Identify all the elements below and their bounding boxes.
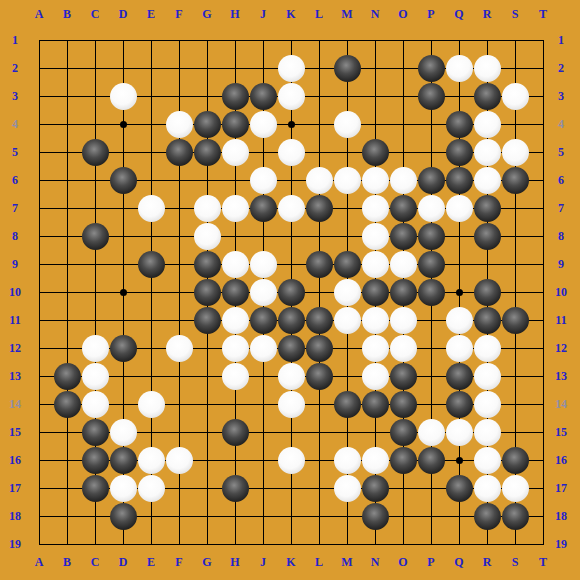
black-stone-J7[interactable] [250, 195, 277, 222]
white-stone-C13[interactable] [82, 363, 109, 390]
row-label-right-14: 14 [555, 398, 567, 410]
white-stone-O9[interactable] [390, 251, 417, 278]
black-stone-M2[interactable] [334, 55, 361, 82]
white-stone-M11[interactable] [334, 307, 361, 334]
column-label-bottom-H: H [230, 556, 239, 568]
column-label-top-B: B [63, 8, 71, 20]
column-label-bottom-J: J [260, 556, 266, 568]
column-label-bottom-N: N [371, 556, 380, 568]
black-stone-L11[interactable] [306, 307, 333, 334]
black-stone-K12[interactable] [278, 335, 305, 362]
black-stone-L9[interactable] [306, 251, 333, 278]
column-label-top-P: P [427, 8, 434, 20]
white-stone-S17[interactable] [502, 475, 529, 502]
row-label-left-1: 1 [12, 34, 18, 46]
column-label-bottom-L: L [315, 556, 323, 568]
column-label-bottom-M: M [341, 556, 352, 568]
row-label-right-1: 1 [558, 34, 564, 46]
white-stone-Q2[interactable] [446, 55, 473, 82]
white-stone-K16[interactable] [278, 447, 305, 474]
white-stone-C12[interactable] [82, 335, 109, 362]
black-stone-K10[interactable] [278, 279, 305, 306]
black-stone-C8[interactable] [82, 223, 109, 250]
white-stone-N12[interactable] [362, 335, 389, 362]
column-label-bottom-Q: Q [454, 556, 463, 568]
row-label-right-11: 11 [555, 314, 566, 326]
black-stone-J3[interactable] [250, 83, 277, 110]
white-stone-K2[interactable] [278, 55, 305, 82]
column-label-bottom-T: T [539, 556, 547, 568]
column-label-bottom-O: O [398, 556, 407, 568]
black-stone-P9[interactable] [418, 251, 445, 278]
column-label-top-H: H [230, 8, 239, 20]
column-label-top-F: F [175, 8, 182, 20]
column-label-top-E: E [147, 8, 155, 20]
white-stone-G7[interactable] [194, 195, 221, 222]
column-label-bottom-A: A [35, 556, 44, 568]
white-stone-H7[interactable] [222, 195, 249, 222]
black-stone-P16[interactable] [418, 447, 445, 474]
white-stone-D3[interactable] [110, 83, 137, 110]
star-point [288, 121, 295, 128]
black-stone-N18[interactable] [362, 503, 389, 530]
black-stone-H10[interactable] [222, 279, 249, 306]
row-label-left-2: 2 [12, 62, 18, 74]
black-stone-C15[interactable] [82, 419, 109, 446]
white-stone-R14[interactable] [474, 391, 501, 418]
black-stone-O8[interactable] [390, 223, 417, 250]
white-stone-S3[interactable] [502, 83, 529, 110]
black-stone-P2[interactable] [418, 55, 445, 82]
black-stone-C5[interactable] [82, 139, 109, 166]
white-stone-P7[interactable] [418, 195, 445, 222]
white-stone-N9[interactable] [362, 251, 389, 278]
row-label-right-7: 7 [558, 202, 564, 214]
column-label-bottom-B: B [63, 556, 71, 568]
row-label-left-17: 17 [9, 482, 21, 494]
row-label-right-18: 18 [555, 510, 567, 522]
white-stone-N6[interactable] [362, 167, 389, 194]
grid-line-horizontal [39, 544, 544, 545]
column-label-bottom-F: F [175, 556, 182, 568]
white-stone-K7[interactable] [278, 195, 305, 222]
row-label-left-16: 16 [9, 454, 21, 466]
row-label-right-17: 17 [555, 482, 567, 494]
black-stone-N10[interactable] [362, 279, 389, 306]
white-stone-N8[interactable] [362, 223, 389, 250]
row-label-left-9: 9 [12, 258, 18, 270]
black-stone-G10[interactable] [194, 279, 221, 306]
column-label-top-S: S [512, 8, 519, 20]
white-stone-Q11[interactable] [446, 307, 473, 334]
white-stone-C14[interactable] [82, 391, 109, 418]
go-board[interactable]: AABBCCDDEEFFGGHHJJKKLLMMNNOOPPQQRRSSTT11… [0, 0, 580, 580]
column-label-top-G: G [202, 8, 211, 20]
white-stone-O11[interactable] [390, 307, 417, 334]
star-point [120, 121, 127, 128]
column-label-top-K: K [286, 8, 295, 20]
black-stone-D6[interactable] [110, 167, 137, 194]
white-stone-R5[interactable] [474, 139, 501, 166]
white-stone-M10[interactable] [334, 279, 361, 306]
black-stone-R18[interactable] [474, 503, 501, 530]
row-label-right-16: 16 [555, 454, 567, 466]
black-stone-J11[interactable] [250, 307, 277, 334]
black-stone-H4[interactable] [222, 111, 249, 138]
white-stone-E14[interactable] [138, 391, 165, 418]
white-stone-M16[interactable] [334, 447, 361, 474]
black-stone-P6[interactable] [418, 167, 445, 194]
black-stone-S11[interactable] [502, 307, 529, 334]
column-label-top-A: A [35, 8, 44, 20]
black-stone-S18[interactable] [502, 503, 529, 530]
black-stone-K11[interactable] [278, 307, 305, 334]
white-stone-E7[interactable] [138, 195, 165, 222]
black-stone-H3[interactable] [222, 83, 249, 110]
row-label-right-4: 4 [558, 118, 564, 130]
black-stone-N5[interactable] [362, 139, 389, 166]
black-stone-Q13[interactable] [446, 363, 473, 390]
column-label-bottom-G: G [202, 556, 211, 568]
column-label-bottom-K: K [286, 556, 295, 568]
row-label-right-8: 8 [558, 230, 564, 242]
white-stone-E17[interactable] [138, 475, 165, 502]
black-stone-R8[interactable] [474, 223, 501, 250]
black-stone-N14[interactable] [362, 391, 389, 418]
row-label-right-5: 5 [558, 146, 564, 158]
white-stone-N13[interactable] [362, 363, 389, 390]
column-label-top-J: J [260, 8, 266, 20]
row-label-right-19: 19 [555, 538, 567, 550]
star-point [120, 289, 127, 296]
column-label-bottom-C: C [91, 556, 100, 568]
black-stone-G11[interactable] [194, 307, 221, 334]
row-label-left-3: 3 [12, 90, 18, 102]
row-label-left-12: 12 [9, 342, 21, 354]
white-stone-R17[interactable] [474, 475, 501, 502]
column-label-bottom-R: R [483, 556, 492, 568]
column-label-bottom-E: E [147, 556, 155, 568]
column-label-top-C: C [91, 8, 100, 20]
column-label-top-T: T [539, 8, 547, 20]
black-stone-R7[interactable] [474, 195, 501, 222]
white-stone-K13[interactable] [278, 363, 305, 390]
white-stone-M6[interactable] [334, 167, 361, 194]
row-label-left-15: 15 [9, 426, 21, 438]
black-stone-E9[interactable] [138, 251, 165, 278]
white-stone-H11[interactable] [222, 307, 249, 334]
white-stone-H12[interactable] [222, 335, 249, 362]
row-label-left-10: 10 [9, 286, 21, 298]
column-label-bottom-S: S [512, 556, 519, 568]
grid-line-vertical [319, 40, 320, 545]
white-stone-R16[interactable] [474, 447, 501, 474]
white-stone-N16[interactable] [362, 447, 389, 474]
row-label-left-19: 19 [9, 538, 21, 550]
white-stone-J9[interactable] [250, 251, 277, 278]
white-stone-Q7[interactable] [446, 195, 473, 222]
white-stone-F12[interactable] [166, 335, 193, 362]
white-stone-O6[interactable] [390, 167, 417, 194]
white-stone-R12[interactable] [474, 335, 501, 362]
black-stone-L7[interactable] [306, 195, 333, 222]
black-stone-S16[interactable] [502, 447, 529, 474]
black-stone-L13[interactable] [306, 363, 333, 390]
white-stone-R2[interactable] [474, 55, 501, 82]
row-label-right-15: 15 [555, 426, 567, 438]
black-stone-Q17[interactable] [446, 475, 473, 502]
white-stone-H5[interactable] [222, 139, 249, 166]
white-stone-Q15[interactable] [446, 419, 473, 446]
black-stone-G5[interactable] [194, 139, 221, 166]
black-stone-P10[interactable] [418, 279, 445, 306]
white-stone-H13[interactable] [222, 363, 249, 390]
row-label-left-13: 13 [9, 370, 21, 382]
white-stone-R13[interactable] [474, 363, 501, 390]
column-label-top-N: N [371, 8, 380, 20]
white-stone-P15[interactable] [418, 419, 445, 446]
black-stone-H17[interactable] [222, 475, 249, 502]
black-stone-C16[interactable] [82, 447, 109, 474]
row-label-right-3: 3 [558, 90, 564, 102]
black-stone-G4[interactable] [194, 111, 221, 138]
white-stone-R15[interactable] [474, 419, 501, 446]
row-label-left-18: 18 [9, 510, 21, 522]
white-stone-H9[interactable] [222, 251, 249, 278]
black-stone-Q4[interactable] [446, 111, 473, 138]
row-label-left-14: 14 [9, 398, 21, 410]
black-stone-O16[interactable] [390, 447, 417, 474]
white-stone-J6[interactable] [250, 167, 277, 194]
white-stone-K14[interactable] [278, 391, 305, 418]
white-stone-S5[interactable] [502, 139, 529, 166]
black-stone-D18[interactable] [110, 503, 137, 530]
row-label-right-9: 9 [558, 258, 564, 270]
white-stone-Q12[interactable] [446, 335, 473, 362]
column-label-top-M: M [341, 8, 352, 20]
white-stone-N7[interactable] [362, 195, 389, 222]
row-label-left-11: 11 [9, 314, 20, 326]
star-point [456, 457, 463, 464]
black-stone-O7[interactable] [390, 195, 417, 222]
row-label-right-6: 6 [558, 174, 564, 186]
black-stone-P3[interactable] [418, 83, 445, 110]
white-stone-R6[interactable] [474, 167, 501, 194]
black-stone-R10[interactable] [474, 279, 501, 306]
column-label-top-R: R [483, 8, 492, 20]
black-stone-F5[interactable] [166, 139, 193, 166]
black-stone-H15[interactable] [222, 419, 249, 446]
white-stone-K3[interactable] [278, 83, 305, 110]
white-stone-D17[interactable] [110, 475, 137, 502]
row-label-right-10: 10 [555, 286, 567, 298]
black-stone-M14[interactable] [334, 391, 361, 418]
black-stone-Q14[interactable] [446, 391, 473, 418]
black-stone-O13[interactable] [390, 363, 417, 390]
black-stone-C17[interactable] [82, 475, 109, 502]
white-stone-M4[interactable] [334, 111, 361, 138]
black-stone-O10[interactable] [390, 279, 417, 306]
row-label-right-2: 2 [558, 62, 564, 74]
white-stone-J4[interactable] [250, 111, 277, 138]
row-label-left-7: 7 [12, 202, 18, 214]
row-label-right-12: 12 [555, 342, 567, 354]
black-stone-R3[interactable] [474, 83, 501, 110]
column-label-top-L: L [315, 8, 323, 20]
white-stone-K5[interactable] [278, 139, 305, 166]
black-stone-D16[interactable] [110, 447, 137, 474]
white-stone-M17[interactable] [334, 475, 361, 502]
white-stone-R4[interactable] [474, 111, 501, 138]
black-stone-O15[interactable] [390, 419, 417, 446]
column-label-top-D: D [119, 8, 128, 20]
row-label-right-13: 13 [555, 370, 567, 382]
white-stone-J12[interactable] [250, 335, 277, 362]
white-stone-N11[interactable] [362, 307, 389, 334]
white-stone-D15[interactable] [110, 419, 137, 446]
column-label-top-O: O [398, 8, 407, 20]
white-stone-E16[interactable] [138, 447, 165, 474]
black-stone-M9[interactable] [334, 251, 361, 278]
black-stone-B14[interactable] [54, 391, 81, 418]
row-label-left-5: 5 [12, 146, 18, 158]
white-stone-O12[interactable] [390, 335, 417, 362]
black-stone-Q5[interactable] [446, 139, 473, 166]
row-label-left-8: 8 [12, 230, 18, 242]
grid-line-vertical [543, 40, 544, 545]
black-stone-G9[interactable] [194, 251, 221, 278]
black-stone-L12[interactable] [306, 335, 333, 362]
star-point [456, 289, 463, 296]
black-stone-B13[interactable] [54, 363, 81, 390]
black-stone-S6[interactable] [502, 167, 529, 194]
row-label-left-4: 4 [12, 118, 18, 130]
black-stone-N17[interactable] [362, 475, 389, 502]
white-stone-G8[interactable] [194, 223, 221, 250]
column-label-bottom-D: D [119, 556, 128, 568]
white-stone-L6[interactable] [306, 167, 333, 194]
row-label-left-6: 6 [12, 174, 18, 186]
black-stone-D12[interactable] [110, 335, 137, 362]
black-stone-P8[interactable] [418, 223, 445, 250]
black-stone-Q6[interactable] [446, 167, 473, 194]
white-stone-J10[interactable] [250, 279, 277, 306]
white-stone-F4[interactable] [166, 111, 193, 138]
white-stone-F16[interactable] [166, 447, 193, 474]
column-label-bottom-P: P [427, 556, 434, 568]
column-label-top-Q: Q [454, 8, 463, 20]
black-stone-O14[interactable] [390, 391, 417, 418]
black-stone-R11[interactable] [474, 307, 501, 334]
